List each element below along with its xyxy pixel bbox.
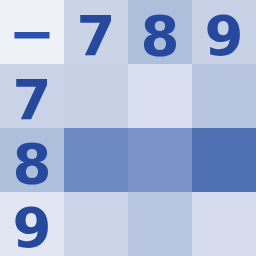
cell-r1c3[interactable] <box>192 64 256 128</box>
cell-r1c0: 7 <box>0 64 64 128</box>
cell-r2c2[interactable] <box>128 128 192 192</box>
minus-sign-glyph: − <box>9 6 56 62</box>
cell-r3c1[interactable] <box>64 192 128 256</box>
digit-glyph: 9 <box>205 8 244 64</box>
cell-r2c3[interactable] <box>192 128 256 192</box>
digit-glyph: 7 <box>77 8 116 64</box>
digit-glyph: 8 <box>141 8 180 64</box>
cell-r3c2[interactable] <box>128 192 192 256</box>
number-grid-board: −789789 <box>0 0 256 256</box>
digit-glyph: 8 <box>13 136 52 192</box>
cell-r3c0: 9 <box>0 192 64 256</box>
cell-r0c3: 9 <box>192 0 256 64</box>
cell-r0c0: − <box>0 0 64 64</box>
cell-r3c3[interactable] <box>192 192 256 256</box>
cell-r0c1: 7 <box>64 0 128 64</box>
cell-r1c1[interactable] <box>64 64 128 128</box>
cell-r2c0: 8 <box>0 128 64 192</box>
digit-glyph: 7 <box>13 72 52 128</box>
cell-r2c1[interactable] <box>64 128 128 192</box>
cell-r1c2[interactable] <box>128 64 192 128</box>
cell-r0c2: 8 <box>128 0 192 64</box>
digit-glyph: 9 <box>13 200 52 256</box>
